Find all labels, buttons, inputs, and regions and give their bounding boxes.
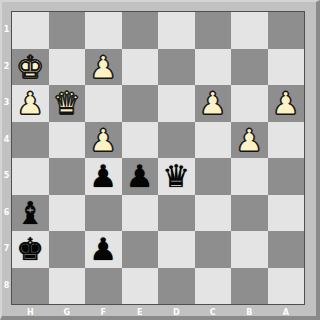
square-e5[interactable]: ♟ xyxy=(122,158,159,195)
square-f5[interactable]: ♟ xyxy=(85,158,122,195)
square-h3[interactable]: ♟ xyxy=(12,85,49,122)
square-c8[interactable] xyxy=(195,268,232,305)
square-f6[interactable] xyxy=(85,195,122,232)
square-f1[interactable] xyxy=(85,12,122,49)
white-pawn: ♟ xyxy=(235,122,263,158)
square-h1[interactable] xyxy=(12,12,49,49)
square-a8[interactable] xyxy=(268,268,305,305)
rank-label-8: 8 xyxy=(2,268,11,305)
square-e7[interactable] xyxy=(122,231,159,268)
square-c7[interactable] xyxy=(195,231,232,268)
rank-label-6: 6 xyxy=(2,195,11,232)
square-e2[interactable] xyxy=(122,49,159,86)
square-b3[interactable] xyxy=(231,85,268,122)
white-pawn: ♟ xyxy=(89,49,117,85)
file-label-e: E xyxy=(122,307,159,319)
square-a2[interactable] xyxy=(268,49,305,86)
file-label-c: C xyxy=(195,307,232,319)
square-c1[interactable] xyxy=(195,12,232,49)
square-h4[interactable] xyxy=(12,122,49,159)
square-d6[interactable] xyxy=(158,195,195,232)
square-f2[interactable]: ♟ xyxy=(85,49,122,86)
black-pawn: ♟ xyxy=(89,158,117,194)
square-e4[interactable] xyxy=(122,122,159,159)
square-c4[interactable] xyxy=(195,122,232,159)
square-a3[interactable]: ♟ xyxy=(268,85,305,122)
rank-label-5: 5 xyxy=(2,158,11,195)
square-f4[interactable]: ♟ xyxy=(85,122,122,159)
file-label-a: A xyxy=(268,307,305,319)
file-label-d: D xyxy=(158,307,195,319)
square-b7[interactable] xyxy=(231,231,268,268)
rank-label-4: 4 xyxy=(2,122,11,159)
square-g7[interactable] xyxy=(49,231,86,268)
square-a5[interactable] xyxy=(268,158,305,195)
square-g8[interactable] xyxy=(49,268,86,305)
square-d4[interactable] xyxy=(158,122,195,159)
square-b2[interactable] xyxy=(231,49,268,86)
file-label-g: G xyxy=(49,307,86,319)
square-d8[interactable] xyxy=(158,268,195,305)
square-g6[interactable] xyxy=(49,195,86,232)
black-pawn: ♟ xyxy=(126,158,154,194)
square-g1[interactable] xyxy=(49,12,86,49)
file-label-b: B xyxy=(231,307,268,319)
square-b4[interactable]: ♟ xyxy=(231,122,268,159)
square-e3[interactable] xyxy=(122,85,159,122)
square-b1[interactable] xyxy=(231,12,268,49)
rank-label-1: 1 xyxy=(2,12,11,49)
black-king: ♚ xyxy=(16,231,44,267)
chessboard-frame: ♚♟♟♛♟♟♟♟♟♟♛♝♚♟ 12345678 HGFEDCBA xyxy=(0,0,320,320)
square-d5[interactable]: ♛ xyxy=(158,158,195,195)
file-label-f: F xyxy=(85,307,122,319)
square-f8[interactable] xyxy=(85,268,122,305)
square-e6[interactable] xyxy=(122,195,159,232)
square-g2[interactable] xyxy=(49,49,86,86)
square-f7[interactable]: ♟ xyxy=(85,231,122,268)
black-queen: ♛ xyxy=(162,158,190,194)
square-a4[interactable] xyxy=(268,122,305,159)
square-b6[interactable] xyxy=(231,195,268,232)
chessboard: ♚♟♟♛♟♟♟♟♟♟♛♝♚♟ xyxy=(11,11,305,305)
square-h8[interactable] xyxy=(12,268,49,305)
square-a6[interactable] xyxy=(268,195,305,232)
square-c5[interactable] xyxy=(195,158,232,195)
white-pawn: ♟ xyxy=(199,85,227,121)
black-bishop: ♝ xyxy=(16,195,44,231)
square-e8[interactable] xyxy=(122,268,159,305)
square-b8[interactable] xyxy=(231,268,268,305)
rank-label-7: 7 xyxy=(2,231,11,268)
square-d3[interactable] xyxy=(158,85,195,122)
white-king: ♚ xyxy=(16,49,44,85)
square-f3[interactable] xyxy=(85,85,122,122)
square-g3[interactable]: ♛ xyxy=(49,85,86,122)
square-a7[interactable] xyxy=(268,231,305,268)
square-a1[interactable] xyxy=(268,12,305,49)
white-pawn: ♟ xyxy=(89,122,117,158)
square-g4[interactable] xyxy=(49,122,86,159)
white-queen: ♛ xyxy=(53,85,81,121)
square-g5[interactable] xyxy=(49,158,86,195)
square-d1[interactable] xyxy=(158,12,195,49)
square-b5[interactable] xyxy=(231,158,268,195)
square-h7[interactable]: ♚ xyxy=(12,231,49,268)
square-h2[interactable]: ♚ xyxy=(12,49,49,86)
black-pawn: ♟ xyxy=(89,231,117,267)
square-e1[interactable] xyxy=(122,12,159,49)
white-pawn: ♟ xyxy=(16,85,44,121)
square-h6[interactable]: ♝ xyxy=(12,195,49,232)
rank-label-2: 2 xyxy=(2,49,11,86)
white-pawn: ♟ xyxy=(272,85,300,121)
square-h5[interactable] xyxy=(12,158,49,195)
rank-label-3: 3 xyxy=(2,85,11,122)
square-d2[interactable] xyxy=(158,49,195,86)
square-d7[interactable] xyxy=(158,231,195,268)
square-c2[interactable] xyxy=(195,49,232,86)
square-c3[interactable]: ♟ xyxy=(195,85,232,122)
square-c6[interactable] xyxy=(195,195,232,232)
file-label-h: H xyxy=(12,307,49,319)
